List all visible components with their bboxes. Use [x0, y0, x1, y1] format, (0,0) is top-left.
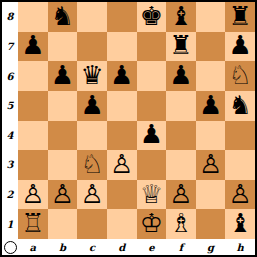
piece-white-king: ♔	[140, 210, 163, 236]
piece-white-pawn: ♙	[110, 151, 133, 177]
file-label-g: g	[196, 239, 226, 255]
piece-white-queen: ♕	[140, 181, 163, 207]
piece-white-pawn: ♙	[229, 181, 252, 207]
square-g6[interactable]	[196, 61, 226, 91]
square-c5[interactable]: ♟	[77, 91, 107, 121]
chess-board-diagram: 8♞♚♝♜7♟♜♟6♟♛♟♟♘5♟♟♞4♟3♘♙♙2♙♙♙♕♙♙1♖♔♗♝abc…	[0, 0, 257, 257]
white-to-move-indicator	[4, 241, 17, 254]
square-g5[interactable]: ♟	[196, 91, 226, 121]
piece-black-pawn: ♟	[21, 32, 44, 58]
square-h1[interactable]: ♝	[225, 209, 255, 239]
square-g2[interactable]	[196, 180, 226, 210]
piece-white-pawn: ♙	[199, 151, 222, 177]
square-a3[interactable]	[18, 150, 48, 180]
piece-black-pawn: ♟	[199, 92, 222, 118]
square-b8[interactable]: ♞	[48, 2, 78, 32]
piece-white-rook: ♖	[21, 210, 44, 236]
square-c4[interactable]	[77, 121, 107, 151]
square-a8[interactable]	[18, 2, 48, 32]
square-f2[interactable]: ♙	[166, 180, 196, 210]
square-e5[interactable]	[137, 91, 167, 121]
rank-label-7: 7	[2, 32, 18, 62]
square-e6[interactable]	[137, 61, 167, 91]
file-label-c: c	[77, 239, 107, 255]
square-f8[interactable]: ♝	[166, 2, 196, 32]
square-b5[interactable]	[48, 91, 78, 121]
square-g1[interactable]	[196, 209, 226, 239]
turn-indicator-cell	[2, 239, 18, 255]
square-b2[interactable]: ♙	[48, 180, 78, 210]
piece-black-bishop: ♝	[229, 210, 252, 236]
piece-white-bishop: ♗	[169, 210, 192, 236]
square-f4[interactable]	[166, 121, 196, 151]
square-a2[interactable]: ♙	[18, 180, 48, 210]
piece-black-pawn: ♟	[51, 62, 74, 88]
piece-black-pawn: ♟	[110, 62, 133, 88]
square-b6[interactable]: ♟	[48, 61, 78, 91]
square-d7[interactable]	[107, 32, 137, 62]
square-h2[interactable]: ♙	[225, 180, 255, 210]
square-c2[interactable]: ♙	[77, 180, 107, 210]
square-b4[interactable]	[48, 121, 78, 151]
square-d1[interactable]	[107, 209, 137, 239]
square-h4[interactable]	[225, 121, 255, 151]
square-h7[interactable]: ♟	[225, 32, 255, 62]
square-b7[interactable]	[48, 32, 78, 62]
square-e7[interactable]	[137, 32, 167, 62]
square-a6[interactable]	[18, 61, 48, 91]
square-e8[interactable]: ♚	[137, 2, 167, 32]
piece-black-rook: ♜	[229, 3, 252, 29]
square-d4[interactable]	[107, 121, 137, 151]
square-e2[interactable]: ♕	[137, 180, 167, 210]
square-e3[interactable]	[137, 150, 167, 180]
piece-black-pawn: ♟	[80, 92, 103, 118]
square-g3[interactable]: ♙	[196, 150, 226, 180]
square-d3[interactable]: ♙	[107, 150, 137, 180]
square-g7[interactable]	[196, 32, 226, 62]
square-g8[interactable]	[196, 2, 226, 32]
square-h8[interactable]: ♜	[225, 2, 255, 32]
file-label-f: f	[166, 239, 196, 255]
square-e1[interactable]: ♔	[137, 209, 167, 239]
piece-black-pawn: ♟	[169, 62, 192, 88]
piece-white-pawn: ♙	[80, 181, 103, 207]
square-a1[interactable]: ♖	[18, 209, 48, 239]
rank-label-1: 1	[2, 209, 18, 239]
square-d2[interactable]	[107, 180, 137, 210]
square-d6[interactable]: ♟	[107, 61, 137, 91]
square-b1[interactable]	[48, 209, 78, 239]
square-c8[interactable]	[77, 2, 107, 32]
file-label-b: b	[48, 239, 78, 255]
piece-white-pawn: ♙	[21, 181, 44, 207]
square-h3[interactable]	[225, 150, 255, 180]
square-c3[interactable]: ♘	[77, 150, 107, 180]
square-g4[interactable]	[196, 121, 226, 151]
file-label-d: d	[107, 239, 137, 255]
piece-white-knight: ♘	[80, 151, 103, 177]
piece-black-rook: ♜	[169, 32, 192, 58]
square-h5[interactable]: ♞	[225, 91, 255, 121]
piece-black-bishop: ♝	[169, 3, 192, 29]
square-e4[interactable]: ♟	[137, 121, 167, 151]
board-grid: 8♞♚♝♜7♟♜♟6♟♛♟♟♘5♟♟♞4♟3♘♙♙2♙♙♙♕♙♙1♖♔♗♝abc…	[2, 2, 255, 255]
piece-white-pawn: ♙	[169, 181, 192, 207]
square-c7[interactable]	[77, 32, 107, 62]
rank-label-2: 2	[2, 180, 18, 210]
square-c1[interactable]	[77, 209, 107, 239]
square-a7[interactable]: ♟	[18, 32, 48, 62]
square-a4[interactable]	[18, 121, 48, 151]
piece-white-pawn: ♙	[51, 181, 74, 207]
square-d8[interactable]	[107, 2, 137, 32]
square-f3[interactable]	[166, 150, 196, 180]
piece-black-pawn: ♟	[229, 32, 252, 58]
rank-label-8: 8	[2, 2, 18, 32]
piece-black-knight: ♞	[229, 92, 252, 118]
file-label-a: a	[18, 239, 48, 255]
square-h6[interactable]: ♘	[225, 61, 255, 91]
square-f1[interactable]: ♗	[166, 209, 196, 239]
rank-label-6: 6	[2, 61, 18, 91]
square-f5[interactable]	[166, 91, 196, 121]
piece-black-king: ♚	[140, 3, 163, 29]
piece-black-pawn: ♟	[140, 121, 163, 147]
piece-black-knight: ♞	[51, 3, 74, 29]
square-f6[interactable]: ♟	[166, 61, 196, 91]
square-f7[interactable]: ♜	[166, 32, 196, 62]
square-a5[interactable]	[18, 91, 48, 121]
piece-black-queen: ♛	[80, 62, 103, 88]
piece-white-knight: ♘	[229, 62, 252, 88]
file-label-e: e	[137, 239, 167, 255]
rank-label-3: 3	[2, 150, 18, 180]
square-b3[interactable]	[48, 150, 78, 180]
rank-label-4: 4	[2, 121, 18, 151]
square-d5[interactable]	[107, 91, 137, 121]
rank-label-5: 5	[2, 91, 18, 121]
square-c6[interactable]: ♛	[77, 61, 107, 91]
file-label-h: h	[225, 239, 255, 255]
